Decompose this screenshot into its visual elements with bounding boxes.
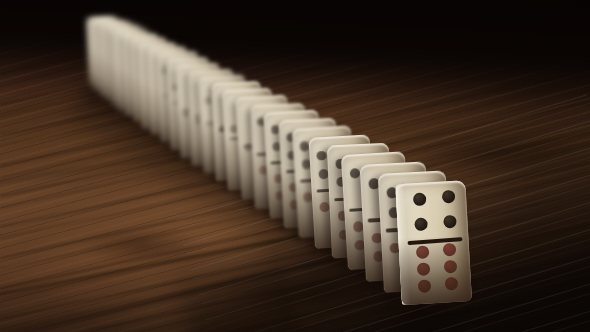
domino-row <box>0 0 590 332</box>
front-domino-tile[interactable] <box>395 180 472 305</box>
dominoes-photo-scene <box>0 0 590 332</box>
tile-shading <box>395 180 472 305</box>
